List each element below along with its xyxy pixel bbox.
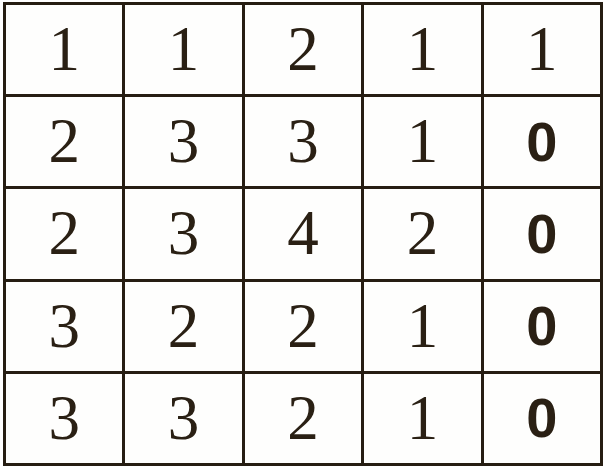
grid-cell: 3 (125, 374, 241, 463)
grid-cell: 3 (6, 374, 122, 463)
grid-cell: 3 (6, 282, 122, 371)
puzzle-stage: 1121123310234203221033210 (0, 0, 606, 468)
grid-cell: 3 (125, 189, 241, 278)
grid-cell: 2 (125, 282, 241, 371)
grid-cell: 3 (245, 97, 361, 186)
grid-cell: 2 (245, 282, 361, 371)
grid-cell: 2 (245, 5, 361, 94)
grid-cell: 1 (6, 5, 122, 94)
grid-cell: 2 (245, 374, 361, 463)
grid-cell: 0 (484, 189, 600, 278)
grid-cell: 1 (484, 5, 600, 94)
grid-cell: 1 (364, 97, 480, 186)
grid-cell: 3 (125, 97, 241, 186)
grid-cell: 2 (6, 97, 122, 186)
grid-cell: 1 (364, 282, 480, 371)
grid-cell: 1 (364, 374, 480, 463)
grid-cell: 2 (6, 189, 122, 278)
grid-cell: 2 (364, 189, 480, 278)
grid-cell: 0 (484, 97, 600, 186)
grid-cell: 0 (484, 374, 600, 463)
grid-cell: 0 (484, 282, 600, 371)
grid-cell: 1 (125, 5, 241, 94)
grid-cell: 1 (364, 5, 480, 94)
number-grid: 1121123310234203221033210 (3, 2, 603, 466)
grid-cell: 4 (245, 189, 361, 278)
